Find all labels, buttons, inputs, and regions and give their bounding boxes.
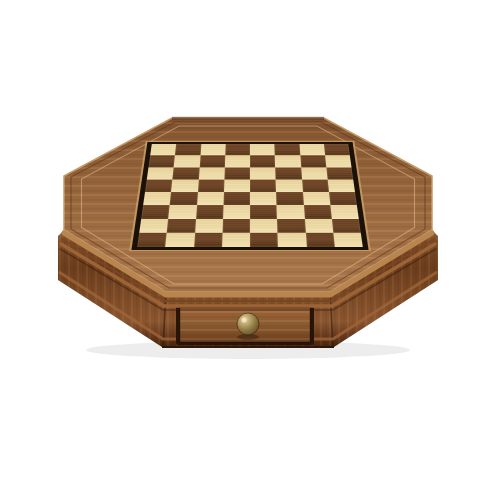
square-d7[interactable]	[225, 155, 250, 167]
square-b7[interactable]	[174, 155, 200, 167]
square-c8[interactable]	[200, 144, 225, 155]
square-e2[interactable]	[250, 219, 278, 233]
square-a2[interactable]	[139, 219, 168, 233]
square-c2[interactable]	[195, 219, 223, 233]
square-f1[interactable]	[278, 233, 307, 248]
square-h5[interactable]	[327, 179, 355, 192]
square-d2[interactable]	[222, 219, 250, 233]
square-a5[interactable]	[145, 179, 173, 192]
square-a4[interactable]	[143, 192, 171, 205]
square-c4[interactable]	[197, 192, 224, 205]
square-h7[interactable]	[325, 155, 352, 167]
square-d5[interactable]	[224, 179, 250, 192]
square-f7[interactable]	[275, 155, 301, 167]
square-f6[interactable]	[275, 167, 301, 179]
square-f3[interactable]	[277, 205, 305, 218]
square-h4[interactable]	[329, 192, 357, 205]
square-g6[interactable]	[301, 167, 328, 179]
square-d4[interactable]	[223, 192, 250, 205]
square-a3[interactable]	[141, 205, 170, 218]
square-e4[interactable]	[250, 192, 277, 205]
square-g7[interactable]	[300, 155, 326, 167]
square-f5[interactable]	[276, 179, 303, 192]
square-d3[interactable]	[223, 205, 250, 218]
square-a7[interactable]	[149, 155, 176, 167]
square-b6[interactable]	[173, 167, 200, 179]
square-a6[interactable]	[147, 167, 174, 179]
square-d1[interactable]	[222, 233, 250, 248]
square-e8[interactable]	[250, 144, 275, 155]
square-e1[interactable]	[250, 233, 278, 248]
square-h6[interactable]	[326, 167, 353, 179]
square-c7[interactable]	[199, 155, 225, 167]
square-g1[interactable]	[305, 233, 334, 248]
square-f8[interactable]	[275, 144, 300, 155]
square-b1[interactable]	[165, 233, 194, 248]
square-c3[interactable]	[196, 205, 224, 218]
square-c1[interactable]	[194, 233, 223, 248]
storage-drawer[interactable]	[176, 305, 314, 345]
square-d8[interactable]	[225, 144, 250, 155]
square-c6[interactable]	[198, 167, 224, 179]
square-c5[interactable]	[198, 179, 225, 192]
square-b2[interactable]	[167, 219, 196, 233]
square-b5[interactable]	[171, 179, 198, 192]
square-a1[interactable]	[137, 233, 167, 248]
square-g2[interactable]	[304, 219, 333, 233]
square-g3[interactable]	[303, 205, 331, 218]
square-h2[interactable]	[332, 219, 361, 233]
square-g5[interactable]	[302, 179, 329, 192]
square-b4[interactable]	[170, 192, 198, 205]
chess-board	[131, 142, 368, 250]
square-e3[interactable]	[250, 205, 277, 218]
square-d6[interactable]	[224, 167, 250, 179]
square-h1[interactable]	[333, 233, 363, 248]
square-h3[interactable]	[330, 205, 359, 218]
square-e7[interactable]	[250, 155, 275, 167]
square-e6[interactable]	[250, 167, 276, 179]
square-f2[interactable]	[277, 219, 305, 233]
square-f4[interactable]	[276, 192, 303, 205]
square-g8[interactable]	[299, 144, 325, 155]
chess-box-illustration	[0, 0, 500, 500]
square-b8[interactable]	[175, 144, 201, 155]
square-b3[interactable]	[168, 205, 196, 218]
square-h8[interactable]	[324, 144, 350, 155]
square-g4[interactable]	[303, 192, 331, 205]
drawer-knob[interactable]	[237, 313, 259, 335]
square-e5[interactable]	[250, 179, 276, 192]
product-photo	[0, 0, 500, 500]
square-a8[interactable]	[150, 144, 176, 155]
